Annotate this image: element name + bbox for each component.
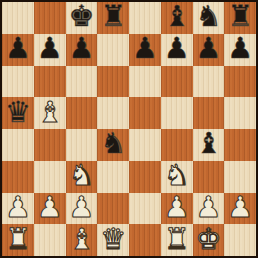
square-a3[interactable] — [2, 161, 34, 193]
square-f7[interactable]: ♟ — [161, 34, 193, 66]
square-c2[interactable]: ♟ — [66, 193, 98, 225]
square-e3[interactable] — [129, 161, 161, 193]
square-d3[interactable] — [97, 161, 129, 193]
square-b1[interactable] — [34, 224, 66, 256]
square-c6[interactable] — [66, 66, 98, 98]
white-king[interactable]: ♚ — [195, 225, 221, 254]
black-bishop[interactable]: ♝ — [195, 129, 221, 158]
square-f1[interactable]: ♜ — [161, 224, 193, 256]
square-c1[interactable]: ♝ — [66, 224, 98, 256]
white-pawn[interactable]: ♟ — [68, 193, 94, 222]
black-pawn[interactable]: ♟ — [132, 34, 158, 63]
black-pawn[interactable]: ♟ — [227, 34, 253, 63]
white-rook[interactable]: ♜ — [164, 225, 190, 254]
square-h7[interactable]: ♟ — [224, 34, 256, 66]
black-rook[interactable]: ♜ — [227, 2, 253, 31]
square-b6[interactable] — [34, 66, 66, 98]
square-f2[interactable]: ♟ — [161, 193, 193, 225]
black-pawn[interactable]: ♟ — [5, 34, 31, 63]
white-knight[interactable]: ♞ — [164, 161, 190, 190]
square-b5[interactable]: ♝ — [34, 97, 66, 129]
square-g7[interactable]: ♟ — [193, 34, 225, 66]
square-h6[interactable] — [224, 66, 256, 98]
square-b2[interactable]: ♟ — [34, 193, 66, 225]
black-knight[interactable]: ♞ — [195, 2, 221, 31]
square-c8[interactable]: ♚ — [66, 2, 98, 34]
white-pawn[interactable]: ♟ — [195, 193, 221, 222]
square-a4[interactable] — [2, 129, 34, 161]
square-e7[interactable]: ♟ — [129, 34, 161, 66]
square-h4[interactable] — [224, 129, 256, 161]
square-h3[interactable] — [224, 161, 256, 193]
white-pawn[interactable]: ♟ — [37, 193, 63, 222]
square-g1[interactable]: ♚ — [193, 224, 225, 256]
square-a8[interactable] — [2, 2, 34, 34]
square-a6[interactable] — [2, 66, 34, 98]
square-f6[interactable] — [161, 66, 193, 98]
square-c3[interactable]: ♞ — [66, 161, 98, 193]
square-f3[interactable]: ♞ — [161, 161, 193, 193]
square-d7[interactable] — [97, 34, 129, 66]
white-knight[interactable]: ♞ — [68, 161, 94, 190]
square-b8[interactable] — [34, 2, 66, 34]
square-e4[interactable] — [129, 129, 161, 161]
square-a7[interactable]: ♟ — [2, 34, 34, 66]
square-g3[interactable] — [193, 161, 225, 193]
square-b4[interactable] — [34, 129, 66, 161]
square-e8[interactable] — [129, 2, 161, 34]
square-g2[interactable]: ♟ — [193, 193, 225, 225]
square-f5[interactable] — [161, 97, 193, 129]
square-e1[interactable] — [129, 224, 161, 256]
square-d4[interactable]: ♞ — [97, 129, 129, 161]
square-h2[interactable]: ♟ — [224, 193, 256, 225]
square-g8[interactable]: ♞ — [193, 2, 225, 34]
square-h1[interactable] — [224, 224, 256, 256]
square-c5[interactable] — [66, 97, 98, 129]
black-pawn[interactable]: ♟ — [37, 34, 63, 63]
square-g6[interactable] — [193, 66, 225, 98]
square-d1[interactable]: ♛ — [97, 224, 129, 256]
square-g5[interactable] — [193, 97, 225, 129]
square-e6[interactable] — [129, 66, 161, 98]
square-a2[interactable]: ♟ — [2, 193, 34, 225]
square-e2[interactable] — [129, 193, 161, 225]
square-h8[interactable]: ♜ — [224, 2, 256, 34]
chess-board: ♚♜♝♞♜♟♟♟♟♟♟♟♛♝♞♝♞♞♟♟♟♟♟♟♜♝♛♜♚ — [0, 0, 258, 258]
square-b3[interactable] — [34, 161, 66, 193]
white-bishop[interactable]: ♝ — [68, 225, 94, 254]
square-a5[interactable]: ♛ — [2, 97, 34, 129]
white-pawn[interactable]: ♟ — [227, 193, 253, 222]
black-king[interactable]: ♚ — [68, 2, 94, 31]
square-e5[interactable] — [129, 97, 161, 129]
square-f4[interactable] — [161, 129, 193, 161]
black-bishop[interactable]: ♝ — [164, 2, 190, 31]
square-f8[interactable]: ♝ — [161, 2, 193, 34]
black-rook[interactable]: ♜ — [100, 2, 126, 31]
square-b7[interactable]: ♟ — [34, 34, 66, 66]
white-bishop[interactable]: ♝ — [37, 98, 63, 127]
white-queen[interactable]: ♛ — [100, 225, 126, 254]
square-d2[interactable] — [97, 193, 129, 225]
white-pawn[interactable]: ♟ — [5, 193, 31, 222]
square-a1[interactable]: ♜ — [2, 224, 34, 256]
square-h5[interactable] — [224, 97, 256, 129]
black-pawn[interactable]: ♟ — [68, 34, 94, 63]
white-pawn[interactable]: ♟ — [164, 193, 190, 222]
black-queen[interactable]: ♛ — [5, 98, 31, 127]
square-d8[interactable]: ♜ — [97, 2, 129, 34]
square-d6[interactable] — [97, 66, 129, 98]
square-d5[interactable] — [97, 97, 129, 129]
black-pawn[interactable]: ♟ — [195, 34, 221, 63]
black-knight[interactable]: ♞ — [100, 129, 126, 158]
square-c7[interactable]: ♟ — [66, 34, 98, 66]
white-rook[interactable]: ♜ — [5, 225, 31, 254]
square-g4[interactable]: ♝ — [193, 129, 225, 161]
black-pawn[interactable]: ♟ — [164, 34, 190, 63]
square-c4[interactable] — [66, 129, 98, 161]
